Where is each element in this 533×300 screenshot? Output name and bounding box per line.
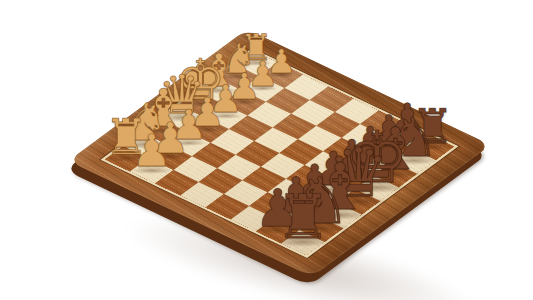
product-photo-chess-set: ♜♞♝♛♚♝♞♜♟♟♟♟♟♟♟♟♟♟♟♟♟♟♟♟♜♞♝♛♚♝♞♜ [0,0,533,300]
